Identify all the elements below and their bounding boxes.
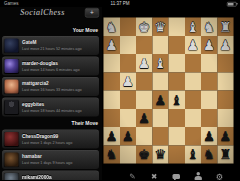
last-move-text: Last move 1 days 2 hours ago	[22, 140, 72, 145]
black-k-piece: ♚	[138, 148, 150, 162]
square-f5[interactable]	[136, 91, 152, 109]
last-move-text: Last move 14 hours 6 minutes ago	[22, 67, 80, 72]
square-h2[interactable]: ♟	[104, 36, 120, 54]
square-h5[interactable]	[104, 91, 120, 109]
black-n-piece: ♞	[106, 148, 118, 162]
white-r-piece: ♜	[219, 20, 231, 34]
status-time: 11:37 PM	[0, 1, 240, 6]
square-c5[interactable]	[185, 91, 201, 109]
square-h3[interactable]	[104, 54, 120, 72]
black-r-piece: ♜	[219, 148, 231, 162]
black-p-piece: ♟	[138, 111, 150, 125]
black-p-piece: ♟	[122, 129, 134, 143]
square-a5[interactable]	[217, 91, 233, 109]
game-row[interactable]: marder-douglasLast move 14 hours 6 minut…	[2, 57, 99, 76]
square-h8[interactable]: ♞	[104, 145, 120, 163]
square-h4[interactable]	[104, 72, 120, 90]
square-d7[interactable]	[169, 127, 185, 145]
square-g6[interactable]	[120, 109, 136, 127]
square-f6[interactable]: ♟	[136, 109, 152, 127]
square-g2[interactable]	[120, 36, 136, 54]
board-area: ♞♚♛♝♞♜♟♟♟♟♟♝♟♟♝♟♟♟♟♟♞♚♛♝♞♜	[102, 7, 240, 180]
square-d4[interactable]	[169, 72, 185, 90]
square-d6[interactable]	[169, 109, 185, 127]
game-row[interactable]: eggybitesLast move 18 hours 44 minutes a…	[2, 98, 99, 117]
square-a6[interactable]	[217, 109, 233, 127]
avatar	[5, 59, 19, 73]
white-b-piece: ♝	[154, 56, 166, 70]
username: mattgarcia2	[22, 81, 49, 87]
socialchess-screen: Games 11:37 PM SocialChess + Your MoveGa…	[0, 0, 240, 180]
square-c2[interactable]: ♟	[185, 36, 201, 54]
square-a1[interactable]: ♜	[217, 18, 233, 36]
white-p-piece: ♟	[219, 38, 231, 52]
white-p-piece: ♟	[138, 56, 150, 70]
white-n-piece: ♞	[203, 20, 215, 34]
white-p-piece: ♟	[122, 75, 134, 89]
white-k-piece: ♚	[138, 20, 150, 34]
square-d2[interactable]	[169, 36, 185, 54]
square-b2[interactable]: ♟	[201, 36, 217, 54]
square-b4[interactable]	[201, 72, 217, 90]
square-e4[interactable]	[152, 72, 168, 90]
new-game-button[interactable]: +	[85, 8, 99, 18]
square-f1[interactable]: ♚	[136, 18, 152, 36]
square-e6[interactable]	[152, 109, 168, 127]
white-b-piece: ♝	[187, 20, 199, 34]
last-move-text: Last move 16 hours 33 minutes ago	[22, 88, 82, 93]
square-e1[interactable]: ♛	[152, 18, 168, 36]
battery-icon	[227, 2, 237, 7]
square-h7[interactable]: ♟	[104, 127, 120, 145]
square-g3[interactable]	[120, 54, 136, 72]
username: marder-douglas	[22, 60, 58, 66]
chess-board[interactable]: ♞♚♛♝♞♜♟♟♟♟♟♝♟♟♝♟♟♟♟♟♞♚♛♝♞♜	[103, 17, 234, 164]
black-q-piece: ♛	[154, 148, 166, 162]
username: ChessDragon99	[22, 133, 58, 139]
chat-icon[interactable]	[171, 171, 182, 180]
black-n-piece: ♞	[203, 148, 215, 162]
square-f8[interactable]: ♚	[136, 145, 152, 163]
section-header-their-move: Their Move	[0, 121, 98, 127]
username: GateM	[22, 40, 37, 46]
black-b-piece: ♝	[187, 148, 199, 162]
square-c7[interactable]	[185, 127, 201, 145]
username: eggybites	[22, 101, 44, 107]
avatar	[5, 173, 19, 180]
status-bar: Games 11:37 PM	[0, 0, 240, 7]
square-c3[interactable]	[185, 54, 201, 72]
square-g7[interactable]: ♟	[120, 127, 136, 145]
square-a2[interactable]: ♟	[217, 36, 233, 54]
square-f7[interactable]	[136, 127, 152, 145]
square-c6[interactable]	[185, 109, 201, 127]
square-c4[interactable]	[185, 72, 201, 90]
game-row[interactable]: GateMLast move 21 hours 52 minutes ago	[2, 36, 99, 55]
square-a8[interactable]: ♜	[217, 145, 233, 163]
white-q-piece: ♛	[154, 20, 166, 34]
game-row[interactable]: ChessDragon99Last move 1 days 2 hours ag…	[2, 130, 99, 149]
square-g1[interactable]	[120, 18, 136, 36]
white-p-piece: ♟	[187, 38, 199, 52]
white-p-piece: ♟	[203, 38, 215, 52]
square-e3[interactable]: ♝	[152, 54, 168, 72]
black-p-piece: ♟	[106, 129, 118, 143]
game-list: Your MoveGateMLast move 21 hours 52 minu…	[0, 27, 102, 180]
white-p-piece: ♟	[106, 38, 118, 52]
avatar	[5, 100, 19, 114]
square-d5[interactable]: ♝	[169, 91, 185, 109]
square-b3[interactable]	[201, 54, 217, 72]
square-d3[interactable]	[169, 54, 185, 72]
username: hamabar	[22, 154, 42, 160]
title-bar: SocialChess +	[0, 7, 102, 19]
last-move-text: Last move 18 hours 44 minutes ago	[22, 108, 82, 113]
square-d8[interactable]	[169, 145, 185, 163]
square-c8[interactable]: ♝	[185, 145, 201, 163]
black-p-piece: ♟	[154, 93, 166, 107]
games-sidebar: SocialChess + Your MoveGateMLast move 21…	[0, 7, 102, 180]
black-p-piece: ♟	[219, 129, 231, 143]
square-g4[interactable]: ♟	[120, 72, 136, 90]
avatar	[5, 153, 19, 167]
square-b6[interactable]	[201, 109, 217, 127]
square-b7[interactable]: ♟	[201, 127, 217, 145]
game-row[interactable]: mikami2000aLast move 2 days 4 hours ago	[2, 171, 99, 181]
username: mikami2000a	[22, 174, 52, 180]
game-row[interactable]: hamabarLast move 1 days 9 hours ago	[2, 150, 99, 169]
square-e7[interactable]	[152, 127, 168, 145]
game-row[interactable]: mattgarcia2Last move 16 hours 33 minutes…	[2, 77, 99, 96]
square-g5[interactable]	[120, 91, 136, 109]
square-d1[interactable]	[169, 18, 185, 36]
white-n-piece: ♞	[106, 20, 118, 34]
square-a3[interactable]	[217, 54, 233, 72]
square-e2[interactable]	[152, 36, 168, 54]
square-c1[interactable]: ♝	[185, 18, 201, 36]
section-header-your-move: Your Move	[0, 27, 98, 33]
square-e8[interactable]: ♛	[152, 145, 168, 163]
square-f4[interactable]	[136, 72, 152, 90]
square-a4[interactable]	[217, 72, 233, 90]
avatar	[5, 132, 19, 146]
square-b1[interactable]: ♞	[201, 18, 217, 36]
last-move-text: Last move 21 hours 52 minutes ago	[22, 47, 82, 52]
settings-icon[interactable]	[214, 171, 225, 180]
last-move-text: Last move 1 days 9 hours ago	[22, 161, 72, 166]
square-g8[interactable]	[120, 145, 136, 163]
square-b8[interactable]: ♞	[201, 145, 217, 163]
square-b5[interactable]	[201, 91, 217, 109]
profile-icon[interactable]	[192, 171, 203, 180]
pencil-icon[interactable]	[127, 171, 138, 180]
square-h6[interactable]	[104, 109, 120, 127]
square-f2[interactable]	[136, 36, 152, 54]
square-h1[interactable]: ♞	[104, 18, 120, 36]
black-b-piece: ♝	[171, 93, 183, 107]
square-e5[interactable]: ♟	[152, 91, 168, 109]
square-a7[interactable]: ♟	[217, 127, 233, 145]
avatar	[5, 39, 19, 53]
close-icon[interactable]	[149, 171, 160, 180]
black-p-piece: ♟	[203, 129, 215, 143]
app-title: SocialChess	[0, 8, 85, 17]
square-f3[interactable]: ♟	[136, 54, 152, 72]
avatar	[5, 80, 19, 94]
board-toolbar	[122, 168, 230, 180]
